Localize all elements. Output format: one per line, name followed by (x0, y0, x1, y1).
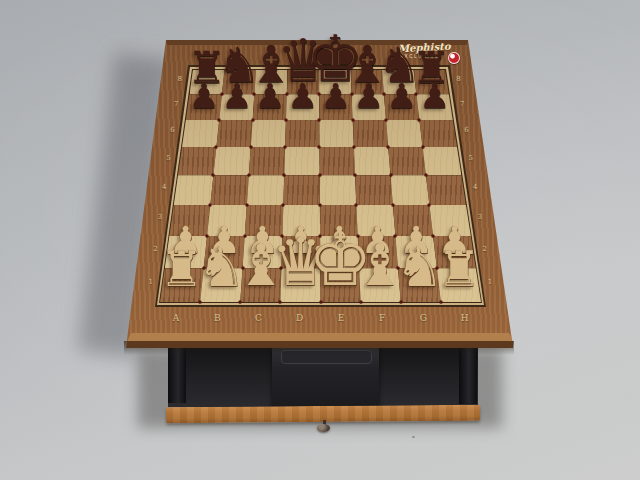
led-dot (389, 174, 392, 177)
rank-label-left-5: 5 (166, 154, 170, 162)
rank-label-right-2: 2 (483, 245, 487, 253)
file-label-b: B (214, 313, 221, 323)
square-e6[interactable] (319, 120, 354, 147)
rank-label-right-6: 6 (464, 126, 468, 134)
led-dot (199, 301, 202, 304)
square-h5[interactable] (423, 147, 462, 175)
drawer-rail-left (168, 348, 186, 403)
piece-black-pawn-g7[interactable]: ♟ (386, 79, 417, 113)
square-g5[interactable] (388, 147, 426, 175)
led-dot (251, 118, 254, 121)
led-dot (284, 145, 287, 148)
piece-black-pawn-h7[interactable]: ♟ (419, 79, 450, 113)
led-dot (284, 118, 287, 121)
rank-label-right-7: 7 (460, 100, 464, 108)
led-dot (418, 118, 421, 121)
square-a5[interactable] (178, 147, 216, 175)
square-f6[interactable] (353, 120, 389, 147)
led-dot (239, 301, 242, 304)
rank-label-left-1: 1 (149, 278, 153, 286)
file-label-g: G (420, 313, 428, 323)
rank-label-right-4: 4 (473, 183, 477, 191)
square-f4[interactable] (355, 175, 393, 205)
square-c4[interactable] (247, 175, 284, 205)
led-dot (399, 301, 402, 304)
piece-black-pawn-f7[interactable]: ♟ (353, 79, 384, 113)
led-dot (439, 301, 442, 304)
led-dot (351, 118, 354, 121)
led-dot (385, 118, 388, 121)
rank-label-left-8: 8 (177, 75, 181, 83)
square-h6[interactable] (419, 120, 457, 147)
file-label-a: A (173, 313, 180, 323)
photo-stage: ABCDEFGH8765432187654321 Mephisto EXCLUS… (0, 0, 640, 480)
drawer-rail-right (459, 348, 477, 404)
piece-black-pawn-a7[interactable]: ♟ (188, 79, 219, 113)
file-label-d: D (296, 313, 304, 323)
rank-label-right-3: 3 (478, 213, 482, 221)
square-h4[interactable] (426, 175, 466, 205)
led-dot (212, 174, 215, 177)
square-e4[interactable] (320, 175, 357, 205)
led-dot (318, 118, 321, 121)
square-d5[interactable] (284, 147, 319, 175)
led-dot (215, 145, 218, 148)
square-a4[interactable] (174, 175, 214, 205)
rank-label-right-1: 1 (488, 278, 492, 286)
drawer-knob[interactable] (317, 424, 330, 432)
rank-label-left-4: 4 (162, 183, 166, 191)
square-b5[interactable] (213, 147, 250, 175)
rank-label-left-7: 7 (174, 100, 178, 108)
square-b6[interactable] (216, 120, 252, 147)
led-dot (318, 174, 321, 177)
rank-label-left-3: 3 (158, 213, 162, 221)
led-dot (352, 145, 355, 148)
led-dot (209, 203, 212, 206)
rank-label-left-2: 2 (153, 245, 157, 253)
led-dot (428, 203, 431, 206)
square-d4[interactable] (283, 175, 320, 205)
piece-black-pawn-b7[interactable]: ♟ (221, 79, 252, 113)
led-dot (355, 203, 358, 206)
file-label-e: E (338, 313, 345, 323)
led-dot (283, 174, 286, 177)
square-b4[interactable] (210, 175, 249, 205)
square-e5[interactable] (319, 147, 355, 175)
led-dot (421, 145, 424, 148)
square-f5[interactable] (354, 147, 391, 175)
led-dot (424, 174, 427, 177)
led-dot (318, 145, 321, 148)
square-g4[interactable] (391, 175, 430, 205)
square-d6[interactable] (285, 120, 319, 147)
square-c6[interactable] (251, 120, 286, 147)
led-dot (218, 118, 221, 121)
led-dot (279, 301, 282, 304)
led-dot (249, 145, 252, 148)
led-dot (387, 145, 390, 148)
piece-black-pawn-e7[interactable]: ♟ (320, 79, 351, 113)
rank-label-right-5: 5 (468, 154, 472, 162)
rank-label-right-8: 8 (456, 75, 460, 83)
file-label-h: H (461, 313, 469, 323)
square-a6[interactable] (182, 120, 219, 147)
square-c5[interactable] (249, 147, 285, 175)
piece-black-pawn-c7[interactable]: ♟ (254, 79, 285, 113)
led-dot (318, 203, 321, 206)
piece-white-rook-h1[interactable]: ♜ (437, 245, 481, 294)
piece-black-pawn-d7[interactable]: ♟ (287, 79, 318, 113)
led-dot (282, 203, 285, 206)
led-dot (354, 174, 357, 177)
square-g6[interactable] (386, 120, 423, 147)
led-dot (247, 174, 250, 177)
led-dot (245, 203, 248, 206)
dust-speck (412, 436, 415, 438)
led-dot (391, 203, 394, 206)
rank-label-left-6: 6 (170, 126, 174, 134)
file-label-c: C (255, 313, 262, 323)
file-label-f: F (379, 313, 386, 323)
